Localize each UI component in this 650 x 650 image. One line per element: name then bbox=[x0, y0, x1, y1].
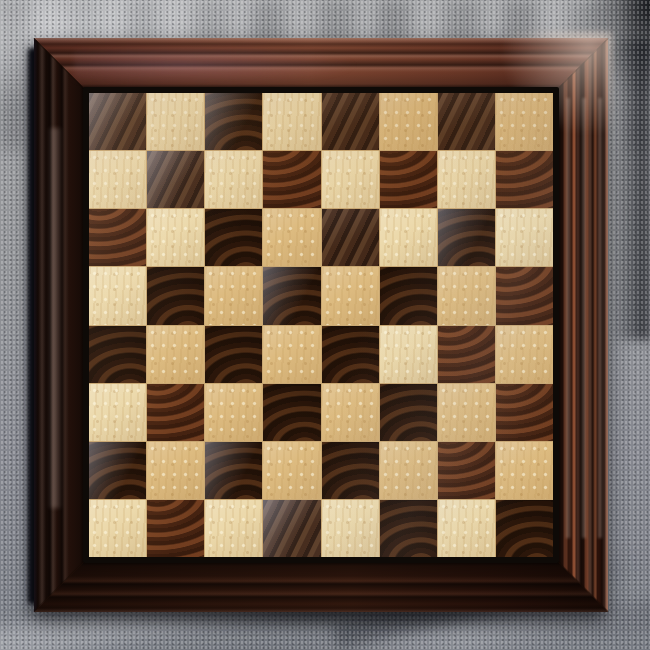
square-h1[interactable] bbox=[496, 500, 553, 557]
square-b2[interactable] bbox=[147, 442, 204, 499]
square-b1[interactable] bbox=[147, 500, 204, 557]
square-h5[interactable] bbox=[496, 267, 553, 324]
square-e4[interactable] bbox=[322, 326, 379, 383]
square-e8[interactable] bbox=[322, 93, 379, 150]
square-c4[interactable] bbox=[205, 326, 262, 383]
square-g1[interactable] bbox=[438, 500, 495, 557]
square-e1[interactable] bbox=[322, 500, 379, 557]
shadow-right-band bbox=[610, 40, 650, 340]
board-frame bbox=[34, 38, 608, 612]
square-g2[interactable] bbox=[438, 442, 495, 499]
square-a4[interactable] bbox=[89, 326, 146, 383]
square-c7[interactable] bbox=[205, 151, 262, 208]
square-b4[interactable] bbox=[147, 326, 204, 383]
square-c2[interactable] bbox=[205, 442, 262, 499]
square-a6[interactable] bbox=[89, 209, 146, 266]
square-c3[interactable] bbox=[205, 384, 262, 441]
square-f8[interactable] bbox=[380, 93, 437, 150]
square-c8[interactable] bbox=[205, 93, 262, 150]
square-b7[interactable] bbox=[147, 151, 204, 208]
square-a1[interactable] bbox=[89, 500, 146, 557]
square-f4[interactable] bbox=[380, 326, 437, 383]
square-h8[interactable] bbox=[496, 93, 553, 150]
square-f2[interactable] bbox=[380, 442, 437, 499]
square-d3[interactable] bbox=[263, 384, 320, 441]
square-g8[interactable] bbox=[438, 93, 495, 150]
square-d2[interactable] bbox=[263, 442, 320, 499]
square-d7[interactable] bbox=[263, 151, 320, 208]
square-e7[interactable] bbox=[322, 151, 379, 208]
square-b6[interactable] bbox=[147, 209, 204, 266]
square-e6[interactable] bbox=[322, 209, 379, 266]
square-e5[interactable] bbox=[322, 267, 379, 324]
square-d4[interactable] bbox=[263, 326, 320, 383]
square-g3[interactable] bbox=[438, 384, 495, 441]
square-a3[interactable] bbox=[89, 384, 146, 441]
square-c5[interactable] bbox=[205, 267, 262, 324]
square-e2[interactable] bbox=[322, 442, 379, 499]
chess-board bbox=[89, 93, 553, 557]
square-a8[interactable] bbox=[89, 93, 146, 150]
square-c6[interactable] bbox=[205, 209, 262, 266]
square-a5[interactable] bbox=[89, 267, 146, 324]
square-g5[interactable] bbox=[438, 267, 495, 324]
square-h6[interactable] bbox=[496, 209, 553, 266]
square-d8[interactable] bbox=[263, 93, 320, 150]
square-b3[interactable] bbox=[147, 384, 204, 441]
photo-scene bbox=[0, 0, 650, 650]
square-d6[interactable] bbox=[263, 209, 320, 266]
square-h3[interactable] bbox=[496, 384, 553, 441]
square-g4[interactable] bbox=[438, 326, 495, 383]
square-h4[interactable] bbox=[496, 326, 553, 383]
square-f7[interactable] bbox=[380, 151, 437, 208]
square-g6[interactable] bbox=[438, 209, 495, 266]
square-b8[interactable] bbox=[147, 93, 204, 150]
square-h2[interactable] bbox=[496, 442, 553, 499]
square-e3[interactable] bbox=[322, 384, 379, 441]
square-f1[interactable] bbox=[380, 500, 437, 557]
square-f5[interactable] bbox=[380, 267, 437, 324]
square-b5[interactable] bbox=[147, 267, 204, 324]
square-f6[interactable] bbox=[380, 209, 437, 266]
square-h7[interactable] bbox=[496, 151, 553, 208]
square-a2[interactable] bbox=[89, 442, 146, 499]
square-c1[interactable] bbox=[205, 500, 262, 557]
square-g7[interactable] bbox=[438, 151, 495, 208]
square-a7[interactable] bbox=[89, 151, 146, 208]
square-d5[interactable] bbox=[263, 267, 320, 324]
square-f3[interactable] bbox=[380, 384, 437, 441]
square-d1[interactable] bbox=[263, 500, 320, 557]
